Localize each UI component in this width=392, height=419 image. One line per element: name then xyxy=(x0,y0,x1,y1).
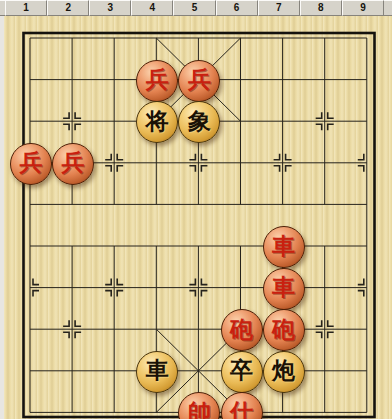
piece-red-chariot[interactable]: 車 xyxy=(263,226,305,268)
piece-character: 兵 xyxy=(146,68,169,91)
file-number-label-7: 7 xyxy=(258,0,300,16)
file-number-label-2: 2 xyxy=(47,0,89,16)
file-number-label-1: 1 xyxy=(5,0,47,16)
xiangqi-game-window: 1 2 3 4 5 6 7 8 9 兵兵将象兵兵車車砲砲車卒炮帥仕 xyxy=(0,0,392,419)
piece-black-cannon[interactable]: 炮 xyxy=(263,351,305,393)
piece-character: 卒 xyxy=(230,359,253,382)
piece-character: 車 xyxy=(272,235,295,258)
file-number-label-4: 4 xyxy=(131,0,173,16)
piece-black-chariot[interactable]: 車 xyxy=(136,351,178,393)
piece-character: 象 xyxy=(188,110,211,133)
piece-character: 炮 xyxy=(272,359,295,382)
piece-red-cannon[interactable]: 砲 xyxy=(263,309,305,351)
xiangqi-board[interactable]: 兵兵将象兵兵車車砲砲車卒炮帥仕 xyxy=(4,16,392,419)
piece-red-soldier[interactable]: 兵 xyxy=(136,60,178,102)
piece-red-soldier[interactable]: 兵 xyxy=(52,143,94,185)
file-number-header: 1 2 3 4 5 6 7 8 9 xyxy=(0,0,392,16)
piece-character: 兵 xyxy=(20,151,43,174)
file-number-label-9: 9 xyxy=(342,0,384,16)
piece-character: 砲 xyxy=(230,318,253,341)
piece-red-chariot[interactable]: 車 xyxy=(263,268,305,310)
piece-character: 砲 xyxy=(272,318,295,341)
piece-black-soldier[interactable]: 卒 xyxy=(221,351,263,393)
piece-character: 兵 xyxy=(188,68,211,91)
piece-red-soldier[interactable]: 兵 xyxy=(10,143,52,185)
piece-character: 車 xyxy=(272,276,295,299)
piece-character: 将 xyxy=(146,110,169,133)
piece-character: 仕 xyxy=(230,401,253,419)
file-number-label-5: 5 xyxy=(173,0,215,16)
header-right-pad xyxy=(384,0,392,16)
file-number-label-8: 8 xyxy=(300,0,342,16)
piece-character: 帥 xyxy=(188,401,211,419)
piece-red-soldier[interactable]: 兵 xyxy=(178,60,220,102)
piece-red-cannon[interactable]: 砲 xyxy=(221,309,263,351)
piece-character: 兵 xyxy=(62,151,85,174)
piece-character: 車 xyxy=(146,359,169,382)
file-number-label-3: 3 xyxy=(89,0,131,16)
file-number-label-6: 6 xyxy=(216,0,258,16)
